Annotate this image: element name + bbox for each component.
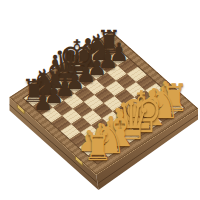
chess-piece-dark-p[interactable]: ♟: [33, 90, 53, 115]
product-photo-scene: ♜♞♝♛♚♝♞♜♟♟♟♟♟♟♟♟♟♟♟♟♟♟♟♟♜♞♝♛♚♝♞♜: [0, 0, 200, 200]
chess-piece-light-r[interactable]: ♜: [83, 128, 113, 166]
